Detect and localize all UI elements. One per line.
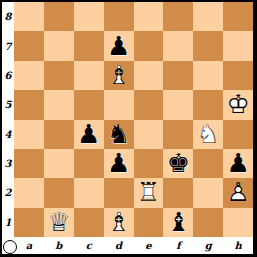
square-c5 — [74, 90, 104, 119]
piece-glyph: ♟ — [77, 119, 100, 149]
square-c6 — [74, 61, 104, 90]
square-d2 — [104, 178, 134, 207]
square-b3 — [44, 149, 74, 178]
square-g5 — [193, 90, 223, 119]
square-c1 — [74, 208, 104, 237]
square-b7 — [44, 31, 74, 60]
square-e5 — [134, 90, 164, 119]
file-label-d: d — [104, 237, 134, 254]
piece-glyph: ♔ — [226, 89, 249, 119]
square-a1 — [14, 208, 44, 237]
square-e3 — [134, 149, 164, 178]
piece-glyph: ♟ — [107, 31, 130, 61]
black-king-f3: ♚ — [167, 149, 190, 178]
square-h8 — [223, 2, 253, 31]
white-bishop-d1: ♝♗ — [107, 208, 130, 237]
square-g4: ♞♘ — [193, 120, 223, 149]
rank-label-2: 2 — [2, 178, 14, 207]
square-h4 — [223, 120, 253, 149]
piece-glyph: ♞ — [107, 119, 130, 149]
square-f4 — [163, 120, 193, 149]
piece-glyph: ♙ — [226, 177, 249, 207]
square-e7 — [134, 31, 164, 60]
white-bishop-d6: ♝♗ — [107, 61, 130, 90]
square-h5: ♚♔ — [223, 90, 253, 119]
rank-label-7: 7 — [2, 31, 14, 60]
rank-label-5: 5 — [2, 90, 14, 119]
white-knight-g4: ♞♘ — [197, 120, 220, 149]
file-label-h: h — [223, 237, 253, 254]
square-a6 — [14, 61, 44, 90]
square-b4 — [44, 120, 74, 149]
piece-glyph: ♗ — [107, 60, 130, 90]
square-f8 — [163, 2, 193, 31]
square-f3: ♚ — [163, 149, 193, 178]
file-label-f: f — [163, 237, 193, 254]
file-label-a: a — [14, 237, 44, 254]
square-h7 — [223, 31, 253, 60]
square-e1 — [134, 208, 164, 237]
piece-glyph: ♚ — [167, 148, 190, 178]
square-a5 — [14, 90, 44, 119]
piece-glyph: ♟ — [226, 148, 249, 178]
diagram-frame: 87654321 ♟♝♗♚♔♟♞♞♘♟♚♟♜♖♟♙♛♕♝♗♝ abcdefgh — [0, 0, 257, 257]
square-e4 — [134, 120, 164, 149]
square-e6 — [134, 61, 164, 90]
piece-glyph: ♖ — [137, 177, 160, 207]
rank-label-8: 8 — [2, 2, 14, 31]
square-b5 — [44, 90, 74, 119]
square-a2 — [14, 178, 44, 207]
square-d6: ♝♗ — [104, 61, 134, 90]
square-b8 — [44, 2, 74, 31]
black-pawn-h3: ♟ — [226, 149, 249, 178]
square-h6 — [223, 61, 253, 90]
chess-board: ♟♝♗♚♔♟♞♞♘♟♚♟♜♖♟♙♛♕♝♗♝ — [14, 2, 253, 237]
rank-label-6: 6 — [2, 61, 14, 90]
square-c7 — [74, 31, 104, 60]
square-f5 — [163, 90, 193, 119]
square-f1: ♝ — [163, 208, 193, 237]
black-knight-d4: ♞ — [107, 120, 130, 149]
square-f7 — [163, 31, 193, 60]
file-label-e: e — [134, 237, 164, 254]
square-g1 — [193, 208, 223, 237]
square-c3 — [74, 149, 104, 178]
square-b6 — [44, 61, 74, 90]
square-a7 — [14, 31, 44, 60]
square-c4: ♟ — [74, 120, 104, 149]
square-d4: ♞ — [104, 120, 134, 149]
piece-glyph: ♟ — [107, 148, 130, 178]
square-g6 — [193, 61, 223, 90]
rank-label-4: 4 — [2, 120, 14, 149]
white-rook-e2: ♜♖ — [137, 178, 160, 207]
file-label-c: c — [74, 237, 104, 254]
square-g7 — [193, 31, 223, 60]
square-d1: ♝♗ — [104, 208, 134, 237]
square-d3: ♟ — [104, 149, 134, 178]
black-bishop-f1: ♝ — [167, 208, 190, 237]
square-d8 — [104, 2, 134, 31]
square-d7: ♟ — [104, 31, 134, 60]
square-a4 — [14, 120, 44, 149]
black-pawn-c4: ♟ — [77, 120, 100, 149]
square-g8 — [193, 2, 223, 31]
square-f2 — [163, 178, 193, 207]
square-h3: ♟ — [223, 149, 253, 178]
rank-label-3: 3 — [2, 149, 14, 178]
piece-glyph: ♝ — [167, 207, 190, 237]
square-c8 — [74, 2, 104, 31]
square-h1 — [223, 208, 253, 237]
square-b1: ♛♕ — [44, 208, 74, 237]
square-h2: ♟♙ — [223, 178, 253, 207]
file-labels: abcdefgh — [14, 237, 253, 254]
square-c2 — [74, 178, 104, 207]
piece-glyph: ♕ — [47, 207, 70, 237]
piece-glyph: ♘ — [197, 119, 220, 149]
file-label-g: g — [193, 237, 223, 254]
square-b2 — [44, 178, 74, 207]
black-pawn-d7: ♟ — [107, 32, 130, 61]
white-to-move-indicator — [3, 240, 17, 254]
white-pawn-h2: ♟♙ — [226, 178, 249, 207]
square-a8 — [14, 2, 44, 31]
square-e2: ♜♖ — [134, 178, 164, 207]
file-label-b: b — [44, 237, 74, 254]
square-a3 — [14, 149, 44, 178]
square-d5 — [104, 90, 134, 119]
rank-labels: 87654321 — [2, 2, 14, 237]
square-e8 — [134, 2, 164, 31]
square-f6 — [163, 61, 193, 90]
white-queen-b1: ♛♕ — [47, 208, 70, 237]
piece-glyph: ♗ — [107, 207, 130, 237]
diagram-background: 87654321 ♟♝♗♚♔♟♞♞♘♟♚♟♜♖♟♙♛♕♝♗♝ abcdefgh — [2, 2, 253, 254]
square-g2 — [193, 178, 223, 207]
black-pawn-d3: ♟ — [107, 149, 130, 178]
square-g3 — [193, 149, 223, 178]
rank-label-1: 1 — [2, 208, 14, 237]
white-king-h5: ♚♔ — [226, 90, 249, 119]
